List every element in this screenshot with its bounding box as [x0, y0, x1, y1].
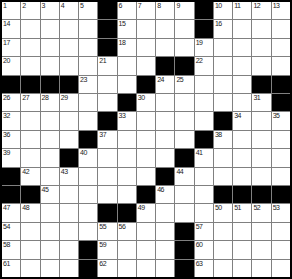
- cell[interactable]: [233, 149, 251, 166]
- clue-number: 18: [119, 39, 126, 47]
- cell[interactable]: [175, 186, 193, 203]
- black-cell: [2, 76, 20, 93]
- clue-number: 46: [157, 186, 164, 194]
- black-cell: [2, 168, 20, 185]
- cell[interactable]: 7: [137, 2, 155, 19]
- cell[interactable]: [272, 223, 290, 240]
- cell[interactable]: [21, 260, 39, 277]
- cell[interactable]: [252, 149, 270, 166]
- cell[interactable]: 43: [60, 168, 78, 185]
- cell[interactable]: [156, 112, 174, 129]
- cell[interactable]: [195, 168, 213, 185]
- cell[interactable]: 9: [175, 2, 193, 19]
- black-cell: [41, 76, 59, 93]
- cell[interactable]: [137, 223, 155, 240]
- clue-number: 7: [138, 2, 141, 10]
- cell[interactable]: 51: [233, 204, 251, 221]
- cell[interactable]: [118, 131, 136, 148]
- cell[interactable]: 42: [21, 168, 39, 185]
- clue-number: 34: [234, 112, 241, 120]
- cell[interactable]: 61: [2, 260, 20, 277]
- cell[interactable]: [118, 241, 136, 258]
- cell[interactable]: 2: [21, 2, 39, 19]
- clue-number: 62: [99, 260, 106, 268]
- cell[interactable]: [272, 20, 290, 37]
- cell[interactable]: [60, 204, 78, 221]
- cell[interactable]: 23: [79, 76, 97, 93]
- clue-number: 63: [196, 260, 203, 268]
- cell[interactable]: [137, 57, 155, 74]
- black-cell: [175, 149, 193, 166]
- clue-number: 37: [99, 131, 106, 139]
- cell[interactable]: [137, 168, 155, 185]
- clue-number: 61: [3, 260, 10, 268]
- cell[interactable]: [272, 168, 290, 185]
- clue-number: 58: [3, 241, 10, 249]
- clue-number: 10: [215, 2, 222, 10]
- cell[interactable]: [233, 131, 251, 148]
- cell[interactable]: [21, 131, 39, 148]
- cell[interactable]: [41, 20, 59, 37]
- black-cell: [98, 20, 116, 37]
- clue-number: 57: [196, 223, 203, 231]
- clue-number: 4: [61, 2, 64, 10]
- cell[interactable]: 32: [2, 112, 20, 129]
- cell[interactable]: 58: [2, 241, 20, 258]
- cell[interactable]: [233, 39, 251, 56]
- cell[interactable]: [175, 112, 193, 129]
- cell[interactable]: 3: [41, 2, 59, 19]
- cell[interactable]: [214, 168, 232, 185]
- cell[interactable]: [195, 94, 213, 111]
- cell[interactable]: [41, 260, 59, 277]
- cell[interactable]: 37: [98, 131, 116, 148]
- cell[interactable]: [79, 204, 97, 221]
- clue-number: 54: [3, 223, 10, 231]
- black-cell: [195, 131, 213, 148]
- cell[interactable]: [156, 241, 174, 258]
- cell[interactable]: 33: [118, 112, 136, 129]
- cell[interactable]: 53: [272, 204, 290, 221]
- black-cell: [156, 57, 174, 74]
- cell[interactable]: 20: [2, 57, 20, 74]
- cell[interactable]: [272, 149, 290, 166]
- cell[interactable]: 30: [137, 94, 155, 111]
- cell[interactable]: [233, 76, 251, 93]
- black-cell: [272, 94, 290, 111]
- black-cell: [252, 186, 270, 203]
- cell[interactable]: [79, 20, 97, 37]
- black-cell: [233, 186, 251, 203]
- cell[interactable]: [233, 241, 251, 258]
- cell[interactable]: 24: [156, 76, 174, 93]
- cell[interactable]: [252, 223, 270, 240]
- clue-number: 14: [3, 20, 10, 28]
- cell[interactable]: 36: [2, 131, 20, 148]
- cell[interactable]: [41, 223, 59, 240]
- cell[interactable]: [79, 223, 97, 240]
- clue-number: 9: [176, 2, 179, 10]
- cell[interactable]: [156, 39, 174, 56]
- cell[interactable]: 35: [272, 112, 290, 129]
- black-cell: [118, 204, 136, 221]
- clue-number: 49: [138, 204, 145, 212]
- cell[interactable]: [214, 39, 232, 56]
- cell[interactable]: [137, 149, 155, 166]
- black-cell: [98, 39, 116, 56]
- cell[interactable]: [214, 260, 232, 277]
- black-cell: [214, 112, 232, 129]
- cell[interactable]: [195, 112, 213, 129]
- black-cell: [98, 2, 116, 19]
- cell[interactable]: [233, 57, 251, 74]
- cell[interactable]: [60, 57, 78, 74]
- cell[interactable]: 47: [2, 204, 20, 221]
- clue-number: 2: [22, 2, 25, 10]
- cell[interactable]: [175, 204, 193, 221]
- clue-number: 31: [253, 94, 260, 102]
- clue-number: 40: [80, 149, 87, 157]
- cell[interactable]: [272, 241, 290, 258]
- black-cell: [79, 241, 97, 258]
- black-cell: [175, 57, 193, 74]
- cell[interactable]: [21, 223, 39, 240]
- clue-number: 21: [99, 57, 106, 65]
- clue-number: 5: [80, 2, 83, 10]
- black-cell: [272, 76, 290, 93]
- cell[interactable]: [98, 186, 116, 203]
- black-cell: [137, 76, 155, 93]
- cell[interactable]: [21, 20, 39, 37]
- cell[interactable]: [137, 39, 155, 56]
- clue-number: 23: [80, 76, 87, 84]
- cell[interactable]: [41, 39, 59, 56]
- cell[interactable]: [118, 186, 136, 203]
- clue-number: 41: [196, 149, 203, 157]
- cell[interactable]: 57: [195, 223, 213, 240]
- cell[interactable]: [233, 94, 251, 111]
- clue-number: 8: [157, 2, 160, 10]
- cell[interactable]: 45: [41, 186, 59, 203]
- clue-number: 39: [3, 149, 10, 157]
- cell[interactable]: 28: [41, 94, 59, 111]
- cell[interactable]: 25: [175, 76, 193, 93]
- cell[interactable]: 59: [98, 241, 116, 258]
- black-cell: [214, 186, 232, 203]
- cell[interactable]: [79, 112, 97, 129]
- clue-number: 45: [42, 186, 49, 194]
- cell[interactable]: [60, 39, 78, 56]
- clue-number: 1: [3, 2, 6, 10]
- cell[interactable]: [21, 149, 39, 166]
- cell[interactable]: [137, 112, 155, 129]
- cell[interactable]: [233, 223, 251, 240]
- cell[interactable]: [214, 149, 232, 166]
- cell[interactable]: [60, 186, 78, 203]
- clue-number: 33: [119, 112, 126, 120]
- clue-number: 28: [42, 94, 49, 102]
- black-cell: [252, 76, 270, 93]
- cell[interactable]: [41, 112, 59, 129]
- clue-number: 47: [3, 204, 10, 212]
- clue-number: 22: [196, 57, 203, 65]
- cell[interactable]: 29: [60, 94, 78, 111]
- clue-number: 35: [273, 112, 280, 120]
- cell[interactable]: [98, 149, 116, 166]
- clue-number: 24: [157, 76, 164, 84]
- cell[interactable]: 11: [233, 2, 251, 19]
- cell[interactable]: 27: [21, 94, 39, 111]
- cell[interactable]: 19: [195, 39, 213, 56]
- clue-number: 52: [253, 204, 260, 212]
- cell[interactable]: [41, 149, 59, 166]
- cell[interactable]: 26: [2, 94, 20, 111]
- cell[interactable]: 56: [118, 223, 136, 240]
- clue-number: 32: [3, 112, 10, 120]
- cell[interactable]: [118, 57, 136, 74]
- cell[interactable]: 1: [2, 2, 20, 19]
- cell[interactable]: [60, 260, 78, 277]
- cell[interactable]: 17: [2, 39, 20, 56]
- cell[interactable]: 13: [272, 2, 290, 19]
- cell[interactable]: 15: [118, 20, 136, 37]
- cell[interactable]: [252, 260, 270, 277]
- cell[interactable]: [175, 131, 193, 148]
- cell[interactable]: 31: [252, 94, 270, 111]
- clue-number: 60: [196, 241, 203, 249]
- clue-number: 44: [176, 168, 183, 176]
- cell[interactable]: [233, 168, 251, 185]
- cell[interactable]: [252, 131, 270, 148]
- cell[interactable]: 54: [2, 223, 20, 240]
- cell[interactable]: [214, 76, 232, 93]
- cell[interactable]: [118, 76, 136, 93]
- clue-number: 56: [119, 223, 126, 231]
- black-cell: [175, 241, 193, 258]
- cell[interactable]: [214, 94, 232, 111]
- cell[interactable]: [252, 168, 270, 185]
- black-cell: [175, 223, 193, 240]
- cell[interactable]: [233, 20, 251, 37]
- cell[interactable]: [156, 94, 174, 111]
- black-cell: [79, 260, 97, 277]
- cell[interactable]: [195, 186, 213, 203]
- black-cell: [60, 149, 78, 166]
- cell[interactable]: 46: [156, 186, 174, 203]
- clue-number: 29: [61, 94, 68, 102]
- clue-number: 19: [196, 39, 203, 47]
- clue-number: 30: [138, 94, 145, 102]
- cell[interactable]: 18: [118, 39, 136, 56]
- cell[interactable]: [21, 57, 39, 74]
- cell[interactable]: [60, 112, 78, 129]
- black-cell: [272, 186, 290, 203]
- clue-number: 27: [22, 94, 29, 102]
- cell[interactable]: [137, 260, 155, 277]
- cell[interactable]: [195, 204, 213, 221]
- cell[interactable]: [252, 20, 270, 37]
- cell[interactable]: 60: [195, 241, 213, 258]
- cell[interactable]: [175, 94, 193, 111]
- cell[interactable]: [156, 149, 174, 166]
- clue-number: 55: [99, 223, 106, 231]
- cell[interactable]: [175, 39, 193, 56]
- cell[interactable]: [252, 57, 270, 74]
- black-cell: [118, 94, 136, 111]
- cell[interactable]: [79, 39, 97, 56]
- cell[interactable]: 4: [60, 2, 78, 19]
- cell[interactable]: 34: [233, 112, 251, 129]
- clue-number: 17: [3, 39, 10, 47]
- cell[interactable]: [156, 20, 174, 37]
- cell[interactable]: [79, 57, 97, 74]
- cell[interactable]: 8: [156, 2, 174, 19]
- cell[interactable]: [137, 131, 155, 148]
- cell[interactable]: 52: [252, 204, 270, 221]
- cell[interactable]: 63: [195, 260, 213, 277]
- cell[interactable]: 10: [214, 2, 232, 19]
- cell[interactable]: [214, 57, 232, 74]
- cell[interactable]: [272, 57, 290, 74]
- black-cell: [98, 204, 116, 221]
- cell[interactable]: [79, 94, 97, 111]
- cell[interactable]: 22: [195, 57, 213, 74]
- cell[interactable]: 44: [175, 168, 193, 185]
- black-cell: [195, 2, 213, 19]
- black-cell: [21, 76, 39, 93]
- cell[interactable]: [137, 241, 155, 258]
- black-cell: [175, 260, 193, 277]
- clue-number: 53: [273, 204, 280, 212]
- cell[interactable]: [156, 131, 174, 148]
- cell[interactable]: [118, 149, 136, 166]
- cell[interactable]: [79, 186, 97, 203]
- cell[interactable]: [98, 94, 116, 111]
- cell[interactable]: 12: [252, 2, 270, 19]
- cell[interactable]: [156, 223, 174, 240]
- cell[interactable]: [41, 241, 59, 258]
- cell[interactable]: [41, 204, 59, 221]
- cell[interactable]: [98, 168, 116, 185]
- cell[interactable]: 62: [98, 260, 116, 277]
- cell[interactable]: [214, 223, 232, 240]
- black-cell: [79, 131, 97, 148]
- clue-number: 51: [234, 204, 241, 212]
- cell[interactable]: [98, 76, 116, 93]
- clue-number: 38: [215, 131, 222, 139]
- cell[interactable]: 16: [214, 20, 232, 37]
- black-cell: [60, 76, 78, 93]
- clue-number: 6: [119, 2, 122, 10]
- clue-number: 42: [22, 168, 29, 176]
- clue-number: 15: [119, 20, 126, 28]
- cell[interactable]: [60, 20, 78, 37]
- clue-number: 59: [99, 241, 106, 249]
- clue-number: 26: [3, 94, 10, 102]
- cell[interactable]: 5: [79, 2, 97, 19]
- cell[interactable]: [60, 223, 78, 240]
- cell[interactable]: [252, 39, 270, 56]
- cell[interactable]: [252, 112, 270, 129]
- clue-number: 36: [3, 131, 10, 139]
- clue-number: 43: [61, 168, 68, 176]
- cell[interactable]: [60, 241, 78, 258]
- cell[interactable]: 21: [98, 57, 116, 74]
- clue-number: 16: [215, 20, 222, 28]
- clue-number: 25: [176, 76, 183, 84]
- cell[interactable]: [137, 20, 155, 37]
- clue-number: 3: [42, 2, 45, 10]
- cell[interactable]: [118, 168, 136, 185]
- black-cell: [21, 186, 39, 203]
- crossword-board: 1234567891011121314151617181920212223242…: [0, 0, 292, 279]
- cell[interactable]: [41, 168, 59, 185]
- cell[interactable]: [272, 131, 290, 148]
- cell[interactable]: [214, 241, 232, 258]
- cell[interactable]: 14: [2, 20, 20, 37]
- cell[interactable]: [252, 241, 270, 258]
- cell[interactable]: [60, 131, 78, 148]
- clue-number: 12: [253, 2, 260, 10]
- cell[interactable]: [21, 241, 39, 258]
- cell[interactable]: [156, 204, 174, 221]
- clue-number: 13: [273, 2, 280, 10]
- cell[interactable]: [233, 260, 251, 277]
- cell[interactable]: 39: [2, 149, 20, 166]
- black-cell: [137, 186, 155, 203]
- cell[interactable]: [118, 260, 136, 277]
- black-cell: [2, 186, 20, 203]
- cell[interactable]: [21, 112, 39, 129]
- black-cell: [98, 112, 116, 129]
- cell[interactable]: 41: [195, 149, 213, 166]
- clue-number: 11: [234, 2, 240, 10]
- cell[interactable]: [79, 168, 97, 185]
- cell[interactable]: [272, 39, 290, 56]
- clue-number: 50: [215, 204, 222, 212]
- cell[interactable]: 48: [21, 204, 39, 221]
- cell[interactable]: [21, 39, 39, 56]
- clue-number: 48: [22, 204, 29, 212]
- black-cell: [156, 168, 174, 185]
- clue-number: 20: [3, 57, 10, 65]
- cell[interactable]: [272, 260, 290, 277]
- cell[interactable]: 50: [214, 204, 232, 221]
- cell[interactable]: [175, 20, 193, 37]
- cell[interactable]: [195, 76, 213, 93]
- cell[interactable]: 40: [79, 149, 97, 166]
- cell[interactable]: 6: [118, 2, 136, 19]
- cell[interactable]: [41, 57, 59, 74]
- black-cell: [195, 20, 213, 37]
- cell[interactable]: [156, 260, 174, 277]
- cell[interactable]: 38: [214, 131, 232, 148]
- cell[interactable]: [41, 131, 59, 148]
- cell[interactable]: 55: [98, 223, 116, 240]
- cell[interactable]: 49: [137, 204, 155, 221]
